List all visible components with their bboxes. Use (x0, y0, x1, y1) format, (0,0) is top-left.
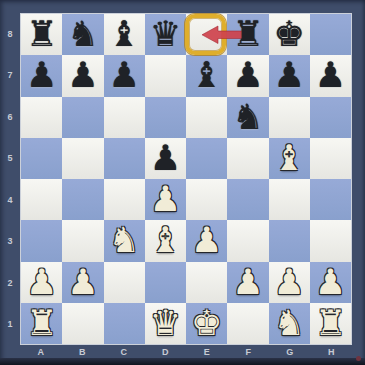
file-labels: ABCDEFGH (20, 345, 352, 358)
piece-wP-b2[interactable]: ♟ (62, 262, 103, 303)
empty-g4 (269, 179, 310, 220)
chess-board-frame: ♜♞♝♛♜♚♟♟♟♝♟♟♟♞♟♝♟♞♝♟♟♟♟♟♟♜♛♚♞♜ 87654321 … (0, 0, 365, 365)
piece-wP-a2[interactable]: ♟ (21, 262, 62, 303)
empty-d6 (145, 97, 186, 138)
piece-bB-e7[interactable]: ♝ (186, 55, 227, 96)
piece-wK-e1[interactable]: ♚ (186, 303, 227, 344)
rank-label-6: 6 (0, 96, 20, 138)
empty-a4 (21, 179, 62, 220)
empty-a6 (21, 97, 62, 138)
piece-wP-h2[interactable]: ♟ (310, 262, 351, 303)
empty-c4 (104, 179, 145, 220)
empty-d7 (145, 55, 186, 96)
piece-bN-f6[interactable]: ♞ (227, 97, 268, 138)
piece-bP-b7[interactable]: ♟ (62, 55, 103, 96)
empty-f4 (227, 179, 268, 220)
file-label-c: C (103, 345, 145, 358)
file-label-d: D (145, 345, 187, 358)
piece-bP-g7[interactable]: ♟ (269, 55, 310, 96)
rank-label-8: 8 (0, 13, 20, 55)
empty-f3 (227, 220, 268, 261)
empty-a3 (21, 220, 62, 261)
piece-bP-f7[interactable]: ♟ (227, 55, 268, 96)
file-label-b: B (62, 345, 104, 358)
rank-label-3: 3 (0, 221, 20, 263)
piece-layer: ♜♞♝♛♜♚♟♟♟♝♟♟♟♞♟♝♟♞♝♟♟♟♟♟♟♜♛♚♞♜ (20, 13, 352, 345)
empty-b1 (62, 303, 103, 344)
piece-bN-b8[interactable]: ♞ (62, 14, 103, 55)
empty-a5 (21, 138, 62, 179)
empty-g3 (269, 220, 310, 261)
rank-label-1: 1 (0, 304, 20, 346)
piece-bP-a7[interactable]: ♟ (21, 55, 62, 96)
piece-bP-h7[interactable]: ♟ (310, 55, 351, 96)
file-label-f: F (228, 345, 270, 358)
empty-b6 (62, 97, 103, 138)
piece-wR-a1[interactable]: ♜ (21, 303, 62, 344)
bottom-edge-strip (0, 358, 365, 365)
piece-bB-c8[interactable]: ♝ (104, 14, 145, 55)
empty-h8 (310, 14, 351, 55)
empty-b3 (62, 220, 103, 261)
rank-label-4: 4 (0, 179, 20, 221)
file-label-h: H (311, 345, 353, 358)
empty-e6 (186, 97, 227, 138)
piece-bR-a8[interactable]: ♜ (21, 14, 62, 55)
empty-e5 (186, 138, 227, 179)
piece-wP-e3[interactable]: ♟ (186, 220, 227, 261)
rank-label-7: 7 (0, 55, 20, 97)
piece-bQ-d8[interactable]: ♛ (145, 14, 186, 55)
empty-h3 (310, 220, 351, 261)
empty-e2 (186, 262, 227, 303)
empty-d2 (145, 262, 186, 303)
empty-h4 (310, 179, 351, 220)
piece-bK-g8[interactable]: ♚ (269, 14, 310, 55)
piece-wP-f2[interactable]: ♟ (227, 262, 268, 303)
empty-f1 (227, 303, 268, 344)
empty-c2 (104, 262, 145, 303)
corner-dot (356, 356, 361, 361)
piece-bP-d5[interactable]: ♟ (145, 138, 186, 179)
empty-c6 (104, 97, 145, 138)
file-label-a: A (20, 345, 62, 358)
empty-h5 (310, 138, 351, 179)
piece-wN-g1[interactable]: ♞ (269, 303, 310, 344)
piece-wQ-d1[interactable]: ♛ (145, 303, 186, 344)
rank-label-5: 5 (0, 138, 20, 180)
piece-bP-c7[interactable]: ♟ (104, 55, 145, 96)
empty-b5 (62, 138, 103, 179)
rank-label-2: 2 (0, 262, 20, 304)
empty-h6 (310, 97, 351, 138)
piece-wR-h1[interactable]: ♜ (310, 303, 351, 344)
piece-wB-d3[interactable]: ♝ (145, 220, 186, 261)
empty-g6 (269, 97, 310, 138)
rank-labels: 87654321 (0, 13, 20, 345)
empty-e4 (186, 179, 227, 220)
piece-wN-c3[interactable]: ♞ (104, 220, 145, 261)
piece-bR-f8[interactable]: ♜ (227, 14, 268, 55)
file-label-g: G (269, 345, 311, 358)
piece-wP-d4[interactable]: ♟ (145, 179, 186, 220)
empty-c1 (104, 303, 145, 344)
empty-b4 (62, 179, 103, 220)
empty-c5 (104, 138, 145, 179)
empty-f5 (227, 138, 268, 179)
empty-e8 (186, 14, 227, 55)
piece-wB-g5[interactable]: ♝ (269, 138, 310, 179)
piece-wP-g2[interactable]: ♟ (269, 262, 310, 303)
file-label-e: E (186, 345, 228, 358)
